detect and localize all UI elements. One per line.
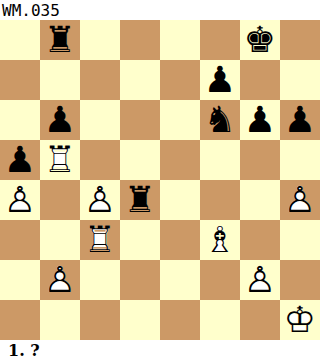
square-h5[interactable] (280, 140, 320, 180)
square-c7[interactable] (80, 60, 120, 100)
piece-black-knight: ♞ (200, 100, 240, 140)
square-d8[interactable] (120, 20, 160, 60)
square-b2[interactable]: ♟♙ (40, 260, 80, 300)
square-h2[interactable] (280, 260, 320, 300)
square-f5[interactable] (200, 140, 240, 180)
square-b4[interactable] (40, 180, 80, 220)
square-c5[interactable] (80, 140, 120, 180)
square-c3[interactable]: ♜♖ (80, 220, 120, 260)
square-f4[interactable] (200, 180, 240, 220)
square-d7[interactable] (120, 60, 160, 100)
square-e7[interactable] (160, 60, 200, 100)
square-f6[interactable]: ♞ (200, 100, 240, 140)
square-h8[interactable] (280, 20, 320, 60)
square-a7[interactable] (0, 60, 40, 100)
square-c6[interactable] (80, 100, 120, 140)
square-a2[interactable] (0, 260, 40, 300)
square-f7[interactable]: ♟ (200, 60, 240, 100)
piece-white-pawn: ♟♙ (280, 180, 320, 220)
square-e3[interactable] (160, 220, 200, 260)
square-g1[interactable] (240, 300, 280, 340)
square-a8[interactable] (0, 20, 40, 60)
piece-white-bishop: ♝♗ (200, 220, 240, 260)
square-f8[interactable] (200, 20, 240, 60)
piece-black-pawn: ♟ (40, 100, 80, 140)
square-a4[interactable]: ♟♙ (0, 180, 40, 220)
square-g2[interactable]: ♟♙ (240, 260, 280, 300)
square-h3[interactable] (280, 220, 320, 260)
square-b3[interactable] (40, 220, 80, 260)
square-f1[interactable] (200, 300, 240, 340)
square-g8[interactable]: ♚ (240, 20, 280, 60)
square-g4[interactable] (240, 180, 280, 220)
piece-white-pawn: ♟♙ (40, 260, 80, 300)
piece-white-pawn: ♟♙ (240, 260, 280, 300)
square-f2[interactable] (200, 260, 240, 300)
piece-white-pawn: ♟♙ (80, 180, 120, 220)
square-h6[interactable]: ♟ (280, 100, 320, 140)
square-g7[interactable] (240, 60, 280, 100)
square-a6[interactable] (0, 100, 40, 140)
chess-board: ♜♚♟♟♞♟♟♟♜♖♟♙♟♙♜♟♙♜♖♝♗♟♙♟♙♚♔ (0, 20, 320, 340)
square-d4[interactable]: ♜ (120, 180, 160, 220)
move-prompt: 1. ? (0, 340, 320, 360)
square-h4[interactable]: ♟♙ (280, 180, 320, 220)
square-a3[interactable] (0, 220, 40, 260)
piece-white-rook: ♜♖ (40, 140, 80, 180)
square-b6[interactable]: ♟ (40, 100, 80, 140)
piece-black-king: ♚ (240, 20, 280, 60)
square-b5[interactable]: ♜♖ (40, 140, 80, 180)
square-c2[interactable] (80, 260, 120, 300)
piece-black-pawn: ♟ (200, 60, 240, 100)
square-e4[interactable] (160, 180, 200, 220)
square-e2[interactable] (160, 260, 200, 300)
square-b7[interactable] (40, 60, 80, 100)
piece-white-pawn: ♟♙ (0, 180, 40, 220)
square-e6[interactable] (160, 100, 200, 140)
square-h7[interactable] (280, 60, 320, 100)
square-g5[interactable] (240, 140, 280, 180)
square-c1[interactable] (80, 300, 120, 340)
square-d6[interactable] (120, 100, 160, 140)
square-a5[interactable]: ♟ (0, 140, 40, 180)
square-a1[interactable] (0, 300, 40, 340)
piece-black-rook: ♜ (40, 20, 80, 60)
square-f3[interactable]: ♝♗ (200, 220, 240, 260)
square-b1[interactable] (40, 300, 80, 340)
square-c4[interactable]: ♟♙ (80, 180, 120, 220)
piece-white-rook: ♜♖ (80, 220, 120, 260)
square-g6[interactable]: ♟ (240, 100, 280, 140)
square-e5[interactable] (160, 140, 200, 180)
piece-black-pawn: ♟ (280, 100, 320, 140)
square-e8[interactable] (160, 20, 200, 60)
piece-white-king: ♚♔ (280, 300, 320, 340)
piece-black-rook: ♜ (120, 180, 160, 220)
square-d3[interactable] (120, 220, 160, 260)
puzzle-id: WM.035 (0, 0, 320, 20)
square-d5[interactable] (120, 140, 160, 180)
square-e1[interactable] (160, 300, 200, 340)
square-h1[interactable]: ♚♔ (280, 300, 320, 340)
square-c8[interactable] (80, 20, 120, 60)
square-b8[interactable]: ♜ (40, 20, 80, 60)
square-g3[interactable] (240, 220, 280, 260)
square-d1[interactable] (120, 300, 160, 340)
square-d2[interactable] (120, 260, 160, 300)
piece-black-pawn: ♟ (240, 100, 280, 140)
piece-black-pawn: ♟ (0, 140, 40, 180)
